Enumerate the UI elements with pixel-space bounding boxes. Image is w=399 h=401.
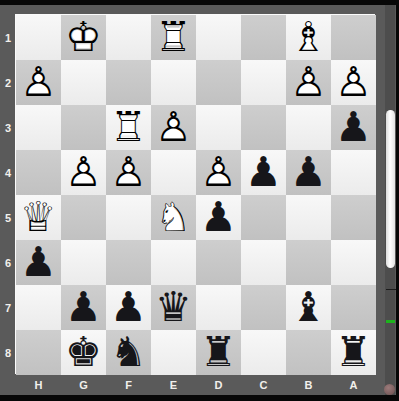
white-piece-outline: ♙ [196,150,241,195]
square-e6[interactable] [151,240,196,285]
bottom-black-bar [0,395,399,401]
file-label-d: D [196,375,241,395]
square-c6[interactable] [241,240,286,285]
square-d5[interactable]: ♟ [196,195,241,240]
square-a3[interactable]: ♟ [331,105,376,150]
top-black-bar [0,0,399,5]
square-b7[interactable]: ♝ [286,285,331,330]
white-piece-outline: ♙ [331,60,376,105]
square-f6[interactable] [106,240,151,285]
rank-label-1: 1 [0,15,16,60]
square-b8[interactable] [286,330,331,375]
white-piece-outline: ♕ [16,195,61,240]
square-a2[interactable]: ♟♙ [331,60,376,105]
white-queen-piece[interactable]: ♛♕ [16,195,61,240]
black-pawn-piece[interactable]: ♟ [106,285,151,330]
scrollbar-thumb[interactable] [386,110,395,268]
square-c1[interactable] [241,15,286,60]
square-d2[interactable] [196,60,241,105]
white-piece-outline: ♔ [61,15,106,60]
square-f4[interactable]: ♟♙ [106,150,151,195]
rank-label-7: 7 [0,285,16,330]
square-e5[interactable]: ♞♘ [151,195,196,240]
square-b4[interactable]: ♟ [286,150,331,195]
white-pawn-piece[interactable]: ♟♙ [16,60,61,105]
square-c5[interactable] [241,195,286,240]
square-c7[interactable] [241,285,286,330]
white-pawn-piece[interactable]: ♟♙ [61,150,106,195]
rank-label-4: 4 [0,150,16,195]
file-label-h: H [16,375,61,395]
rank-label-5: 5 [0,195,16,240]
file-label-g: G [61,375,106,395]
white-pawn-piece[interactable]: ♟♙ [106,150,151,195]
square-b6[interactable] [286,240,331,285]
black-pawn-piece[interactable]: ♟ [331,105,376,150]
square-a6[interactable] [331,240,376,285]
square-h3[interactable] [16,105,61,150]
square-c8[interactable] [241,330,286,375]
white-rook-piece[interactable]: ♜♖ [106,105,151,150]
square-a4[interactable] [331,150,376,195]
black-pawn-piece[interactable]: ♟ [286,150,331,195]
scrollbar-green-marker [386,320,395,323]
square-c3[interactable] [241,105,286,150]
white-piece-outline: ♖ [151,15,196,60]
square-f3[interactable]: ♜♖ [106,105,151,150]
white-pawn-piece[interactable]: ♟♙ [286,60,331,105]
white-pawn-piece[interactable]: ♟♙ [196,150,241,195]
black-pawn-piece[interactable]: ♟ [16,240,61,285]
square-d4[interactable]: ♟♙ [196,150,241,195]
square-d7[interactable] [196,285,241,330]
scrollbar-track[interactable] [385,5,395,395]
white-rook-piece[interactable]: ♜♖ [151,15,196,60]
square-h6[interactable]: ♟ [16,240,61,285]
square-d3[interactable] [196,105,241,150]
square-b3[interactable] [286,105,331,150]
square-d8[interactable]: ♜ [196,330,241,375]
square-h1[interactable] [16,15,61,60]
square-e1[interactable]: ♜♖ [151,15,196,60]
file-label-b: B [286,375,331,395]
white-bishop-piece[interactable]: ♝♗ [286,15,331,60]
square-h5[interactable]: ♛♕ [16,195,61,240]
white-piece-outline: ♙ [151,105,196,150]
black-queen-piece[interactable]: ♛ [151,285,196,330]
black-pawn-piece[interactable]: ♟ [241,150,286,195]
rank-label-3: 3 [0,105,16,150]
square-f5[interactable] [106,195,151,240]
square-e2[interactable] [151,60,196,105]
file-labels: HGFEDCBA [16,375,376,395]
square-f8[interactable]: ♞ [106,330,151,375]
square-a1[interactable] [331,15,376,60]
square-g1[interactable]: ♚♔ [61,15,106,60]
square-f7[interactable]: ♟ [106,285,151,330]
file-label-a: A [331,375,376,395]
square-g6[interactable] [61,240,106,285]
white-piece-outline: ♙ [61,150,106,195]
white-piece-outline: ♗ [286,15,331,60]
file-label-f: F [106,375,151,395]
square-e3[interactable]: ♟♙ [151,105,196,150]
square-e8[interactable] [151,330,196,375]
square-g4[interactable]: ♟♙ [61,150,106,195]
scrollbar-black-marker [386,289,396,290]
square-g2[interactable] [61,60,106,105]
black-bishop-piece[interactable]: ♝ [286,285,331,330]
square-g5[interactable] [61,195,106,240]
black-knight-piece[interactable]: ♞ [106,330,151,375]
corner-indicator-dot [384,384,395,395]
black-king-piece[interactable]: ♚ [61,330,106,375]
square-f2[interactable] [106,60,151,105]
black-pawn-piece[interactable]: ♟ [61,285,106,330]
white-piece-outline: ♖ [106,105,151,150]
square-e7[interactable]: ♛ [151,285,196,330]
rank-label-2: 2 [0,60,16,105]
square-h8[interactable] [16,330,61,375]
white-piece-outline: ♙ [286,60,331,105]
square-h7[interactable] [16,285,61,330]
square-d1[interactable] [196,15,241,60]
square-a7[interactable] [331,285,376,330]
square-h2[interactable]: ♟♙ [16,60,61,105]
file-label-c: C [241,375,286,395]
rank-label-8: 8 [0,330,16,375]
square-f1[interactable] [106,15,151,60]
white-pawn-piece[interactable]: ♟♙ [331,60,376,105]
black-rook-piece[interactable]: ♜ [196,330,241,375]
rank-labels: 12345678 [0,15,16,375]
chess-board[interactable]: ♚♔♜♖♝♗♟♙♟♙♟♙♜♖♟♙♟♟♙♟♙♟♙♟♟♛♕♞♘♟♟♟♟♛♝♚♞♜♜ [16,15,376,375]
white-knight-piece[interactable]: ♞♘ [151,195,196,240]
white-pawn-piece[interactable]: ♟♙ [151,105,196,150]
square-g7[interactable]: ♟ [61,285,106,330]
square-h4[interactable] [16,150,61,195]
square-g3[interactable] [61,105,106,150]
rank-label-6: 6 [0,240,16,285]
square-c4[interactable]: ♟ [241,150,286,195]
square-b1[interactable]: ♝♗ [286,15,331,60]
white-piece-outline: ♙ [106,150,151,195]
file-label-e: E [151,375,196,395]
square-a5[interactable] [331,195,376,240]
square-a8[interactable]: ♜ [331,330,376,375]
black-pawn-piece[interactable]: ♟ [196,195,241,240]
square-d6[interactable] [196,240,241,285]
white-king-piece[interactable]: ♚♔ [61,15,106,60]
square-b2[interactable]: ♟♙ [286,60,331,105]
square-g8[interactable]: ♚ [61,330,106,375]
square-e4[interactable] [151,150,196,195]
white-piece-outline: ♘ [151,195,196,240]
square-b5[interactable] [286,195,331,240]
black-rook-piece[interactable]: ♜ [331,330,376,375]
square-c2[interactable] [241,60,286,105]
chess-gui-window: 12345678 ♚♔♜♖♝♗♟♙♟♙♟♙♜♖♟♙♟♟♙♟♙♟♙♟♟♛♕♞♘♟♟… [0,0,399,401]
white-piece-outline: ♙ [16,60,61,105]
